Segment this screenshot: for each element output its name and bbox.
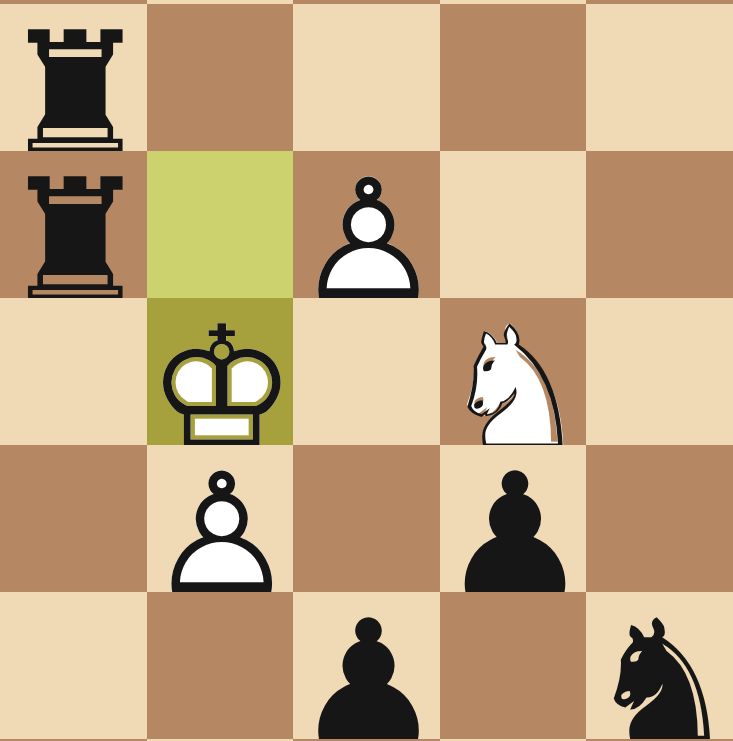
black-pawn-piece[interactable]: ♟ [440,445,591,613]
white-pawn-piece[interactable]: ♟♙ [293,151,444,319]
square-r5c1[interactable] [0,592,147,739]
chess-board-screenshot: ♜♜♟♙♚♔♞♘♟♙♟♟♞ [0,0,733,741]
black-knight-fill: ♞ [586,598,733,741]
square-r4c2[interactable]: ♟♙ [147,445,294,592]
square-r1c5[interactable] [586,4,733,151]
black-rook-piece[interactable]: ♜ [0,151,151,319]
square-r1c3[interactable] [293,4,440,151]
square-r3c3[interactable] [293,298,440,445]
black-pawn-piece[interactable]: ♟ [293,592,444,741]
square-r5c2[interactable] [147,592,294,739]
chess-board: ♜♜♟♙♚♔♞♘♟♙♟♟♞ [0,0,733,741]
square-r4c5[interactable] [586,445,733,592]
square-r2c2-highlighted[interactable] [147,151,294,298]
square-r5c5[interactable]: ♞ [586,592,733,739]
square-r5c3[interactable]: ♟ [293,592,440,739]
square-r4c1[interactable] [0,445,147,592]
square-r2c4[interactable] [440,151,587,298]
square-r3c5[interactable] [586,298,733,445]
square-r2c3[interactable]: ♟♙ [293,151,440,298]
square-r3c2-highlighted[interactable]: ♚♔ [147,298,294,445]
square-r1c1[interactable]: ♜ [0,4,147,151]
square-r4c3[interactable] [293,445,440,592]
square-r2c5[interactable] [586,151,733,298]
square-r2c1[interactable]: ♜ [0,151,147,298]
square-r5c4[interactable] [440,592,587,739]
square-r3c4[interactable]: ♞♘ [440,298,587,445]
black-knight-piece[interactable]: ♞ [586,592,733,741]
white-pawn-piece[interactable]: ♟♙ [147,445,298,613]
square-r1c2[interactable] [147,4,294,151]
square-r1c4[interactable] [440,4,587,151]
square-r3c1[interactable] [0,298,147,445]
black-pawn-fill: ♟ [293,598,444,741]
square-r4c4[interactable]: ♟ [440,445,587,592]
